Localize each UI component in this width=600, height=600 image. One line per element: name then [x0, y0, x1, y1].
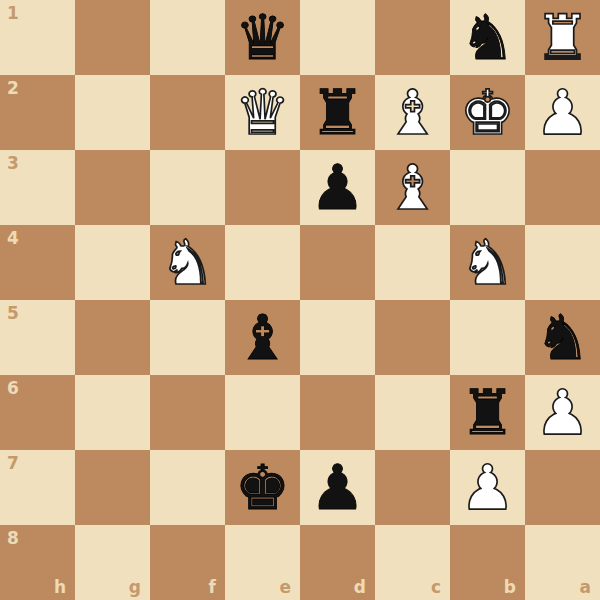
- square-a7[interactable]: [525, 450, 600, 525]
- square-d3[interactable]: ♟: [300, 150, 375, 225]
- file-label-g: g: [129, 577, 141, 597]
- rank-label-4: 4: [7, 228, 19, 248]
- file-label-b: b: [504, 577, 516, 597]
- file-label-e: e: [279, 577, 291, 597]
- rank-label-7: 7: [7, 453, 19, 473]
- square-e4[interactable]: [225, 225, 300, 300]
- square-g1[interactable]: [75, 0, 150, 75]
- square-h7[interactable]: 7: [0, 450, 75, 525]
- square-f4[interactable]: ♞: [150, 225, 225, 300]
- square-d5[interactable]: [300, 300, 375, 375]
- square-h2[interactable]: 2: [0, 75, 75, 150]
- square-h3[interactable]: 3: [0, 150, 75, 225]
- rank-label-6: 6: [7, 378, 19, 398]
- square-a4[interactable]: [525, 225, 600, 300]
- black-pawn[interactable]: ♟: [300, 150, 375, 225]
- black-rook[interactable]: ♜: [450, 375, 525, 450]
- square-h8[interactable]: 8h: [0, 525, 75, 600]
- square-f6[interactable]: [150, 375, 225, 450]
- square-a5[interactable]: ♞: [525, 300, 600, 375]
- file-label-c: c: [431, 577, 441, 597]
- black-knight[interactable]: ♞: [525, 300, 600, 375]
- square-a8[interactable]: a: [525, 525, 600, 600]
- square-c1[interactable]: [375, 0, 450, 75]
- square-d6[interactable]: [300, 375, 375, 450]
- square-g3[interactable]: [75, 150, 150, 225]
- file-label-d: d: [354, 577, 366, 597]
- square-c3[interactable]: ♝: [375, 150, 450, 225]
- square-f2[interactable]: [150, 75, 225, 150]
- white-king[interactable]: ♚: [450, 75, 525, 150]
- square-c2[interactable]: ♝: [375, 75, 450, 150]
- square-c5[interactable]: [375, 300, 450, 375]
- square-b3[interactable]: [450, 150, 525, 225]
- white-knight[interactable]: ♞: [150, 225, 225, 300]
- black-king[interactable]: ♚: [225, 450, 300, 525]
- black-queen[interactable]: ♛: [225, 0, 300, 75]
- square-h6[interactable]: 6: [0, 375, 75, 450]
- white-pawn[interactable]: ♟: [525, 75, 600, 150]
- chess-board: 1♛♞♜2♛♜♝♚♟3♟♝4♞♞5♝♞6♜♟7♚♟♟8hgfedcba: [0, 0, 600, 600]
- square-a2[interactable]: ♟: [525, 75, 600, 150]
- square-a6[interactable]: ♟: [525, 375, 600, 450]
- square-e5[interactable]: ♝: [225, 300, 300, 375]
- rank-label-1: 1: [7, 3, 19, 23]
- square-g4[interactable]: [75, 225, 150, 300]
- square-c4[interactable]: [375, 225, 450, 300]
- rank-label-3: 3: [7, 153, 19, 173]
- square-g2[interactable]: [75, 75, 150, 150]
- square-h5[interactable]: 5: [0, 300, 75, 375]
- square-e6[interactable]: [225, 375, 300, 450]
- file-label-h: h: [54, 577, 66, 597]
- square-f5[interactable]: [150, 300, 225, 375]
- square-e2[interactable]: ♛: [225, 75, 300, 150]
- square-a1[interactable]: ♜: [525, 0, 600, 75]
- file-label-a: a: [580, 577, 591, 597]
- square-g6[interactable]: [75, 375, 150, 450]
- black-pawn[interactable]: ♟: [300, 450, 375, 525]
- square-f3[interactable]: [150, 150, 225, 225]
- square-e3[interactable]: [225, 150, 300, 225]
- square-h1[interactable]: 1: [0, 0, 75, 75]
- square-g8[interactable]: g: [75, 525, 150, 600]
- square-b5[interactable]: [450, 300, 525, 375]
- square-h4[interactable]: 4: [0, 225, 75, 300]
- square-a3[interactable]: [525, 150, 600, 225]
- white-pawn[interactable]: ♟: [450, 450, 525, 525]
- square-f7[interactable]: [150, 450, 225, 525]
- file-label-f: f: [209, 577, 216, 597]
- square-b8[interactable]: b: [450, 525, 525, 600]
- rank-label-5: 5: [7, 303, 19, 323]
- square-b4[interactable]: ♞: [450, 225, 525, 300]
- square-c7[interactable]: [375, 450, 450, 525]
- black-knight[interactable]: ♞: [450, 0, 525, 75]
- black-bishop[interactable]: ♝: [225, 300, 300, 375]
- square-d4[interactable]: [300, 225, 375, 300]
- white-bishop[interactable]: ♝: [375, 150, 450, 225]
- square-b1[interactable]: ♞: [450, 0, 525, 75]
- square-d2[interactable]: ♜: [300, 75, 375, 150]
- square-g7[interactable]: [75, 450, 150, 525]
- square-g5[interactable]: [75, 300, 150, 375]
- rank-label-2: 2: [7, 78, 19, 98]
- square-f1[interactable]: [150, 0, 225, 75]
- square-d1[interactable]: [300, 0, 375, 75]
- white-bishop[interactable]: ♝: [375, 75, 450, 150]
- square-b6[interactable]: ♜: [450, 375, 525, 450]
- rank-label-8: 8: [7, 528, 19, 548]
- square-e8[interactable]: e: [225, 525, 300, 600]
- square-c6[interactable]: [375, 375, 450, 450]
- square-d7[interactable]: ♟: [300, 450, 375, 525]
- square-f8[interactable]: f: [150, 525, 225, 600]
- white-queen[interactable]: ♛: [225, 75, 300, 150]
- white-knight[interactable]: ♞: [450, 225, 525, 300]
- square-b2[interactable]: ♚: [450, 75, 525, 150]
- square-b7[interactable]: ♟: [450, 450, 525, 525]
- square-d8[interactable]: d: [300, 525, 375, 600]
- white-pawn[interactable]: ♟: [525, 375, 600, 450]
- white-rook[interactable]: ♜: [525, 0, 600, 75]
- square-e1[interactable]: ♛: [225, 0, 300, 75]
- square-c8[interactable]: c: [375, 525, 450, 600]
- square-e7[interactable]: ♚: [225, 450, 300, 525]
- black-rook[interactable]: ♜: [300, 75, 375, 150]
